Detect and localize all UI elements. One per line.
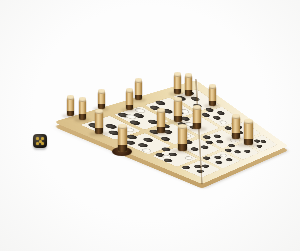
peg-top [185, 73, 192, 78]
peg-top [118, 124, 127, 129]
wooden-peg[interactable] [209, 86, 216, 106]
wooden-peg[interactable] [135, 80, 142, 100]
peg-dark-band [193, 123, 201, 129]
wooden-peg[interactable] [232, 116, 240, 139]
wooden-peg[interactable] [174, 99, 182, 122]
peg-dark-band [232, 133, 240, 139]
product-photo-stage [0, 0, 300, 251]
peg-top [209, 84, 216, 89]
peg-dark-band [174, 116, 182, 122]
wooden-peg[interactable] [95, 111, 103, 134]
wooden-peg[interactable] [174, 74, 181, 94]
wooden-peg[interactable] [193, 107, 201, 129]
peg-dark-band [157, 127, 165, 133]
peg-top [95, 109, 103, 114]
peg-top [193, 105, 201, 110]
wooden-peg[interactable] [98, 91, 105, 109]
wooden-peg[interactable] [79, 99, 86, 120]
peg-top [98, 89, 105, 94]
peg-dark-band [67, 111, 74, 116]
peg-dark-band [118, 145, 127, 152]
wooden-peg[interactable] [185, 75, 192, 96]
peg-top [135, 78, 142, 83]
wooden-peg[interactable] [244, 121, 253, 145]
peg-top [67, 95, 74, 100]
peg-top [157, 108, 165, 113]
peg-dark-band [126, 105, 133, 110]
black-die[interactable] [33, 134, 47, 148]
peg-dark-band [135, 95, 142, 100]
peg-top [174, 97, 182, 102]
peg-dark-band [178, 144, 187, 151]
peg-dark-band [209, 101, 216, 106]
peg-top [79, 97, 86, 102]
peg-dark-band [174, 89, 181, 94]
wooden-peg[interactable] [178, 126, 187, 151]
wooden-peg[interactable] [118, 126, 127, 152]
peg-top [232, 114, 240, 119]
wooden-peg[interactable] [67, 97, 74, 116]
peg-top [126, 88, 133, 93]
peg-dark-band [95, 128, 103, 134]
die-pip [36, 142, 39, 145]
peg-dark-band [79, 114, 86, 120]
wooden-peg[interactable] [157, 110, 165, 133]
peg-dark-band [185, 90, 192, 96]
peg-dark-band [244, 139, 253, 145]
peg-top [174, 72, 181, 77]
peg-top [178, 124, 187, 129]
peg-top [244, 119, 253, 124]
wooden-peg[interactable] [126, 90, 133, 110]
die-pip [41, 142, 44, 145]
